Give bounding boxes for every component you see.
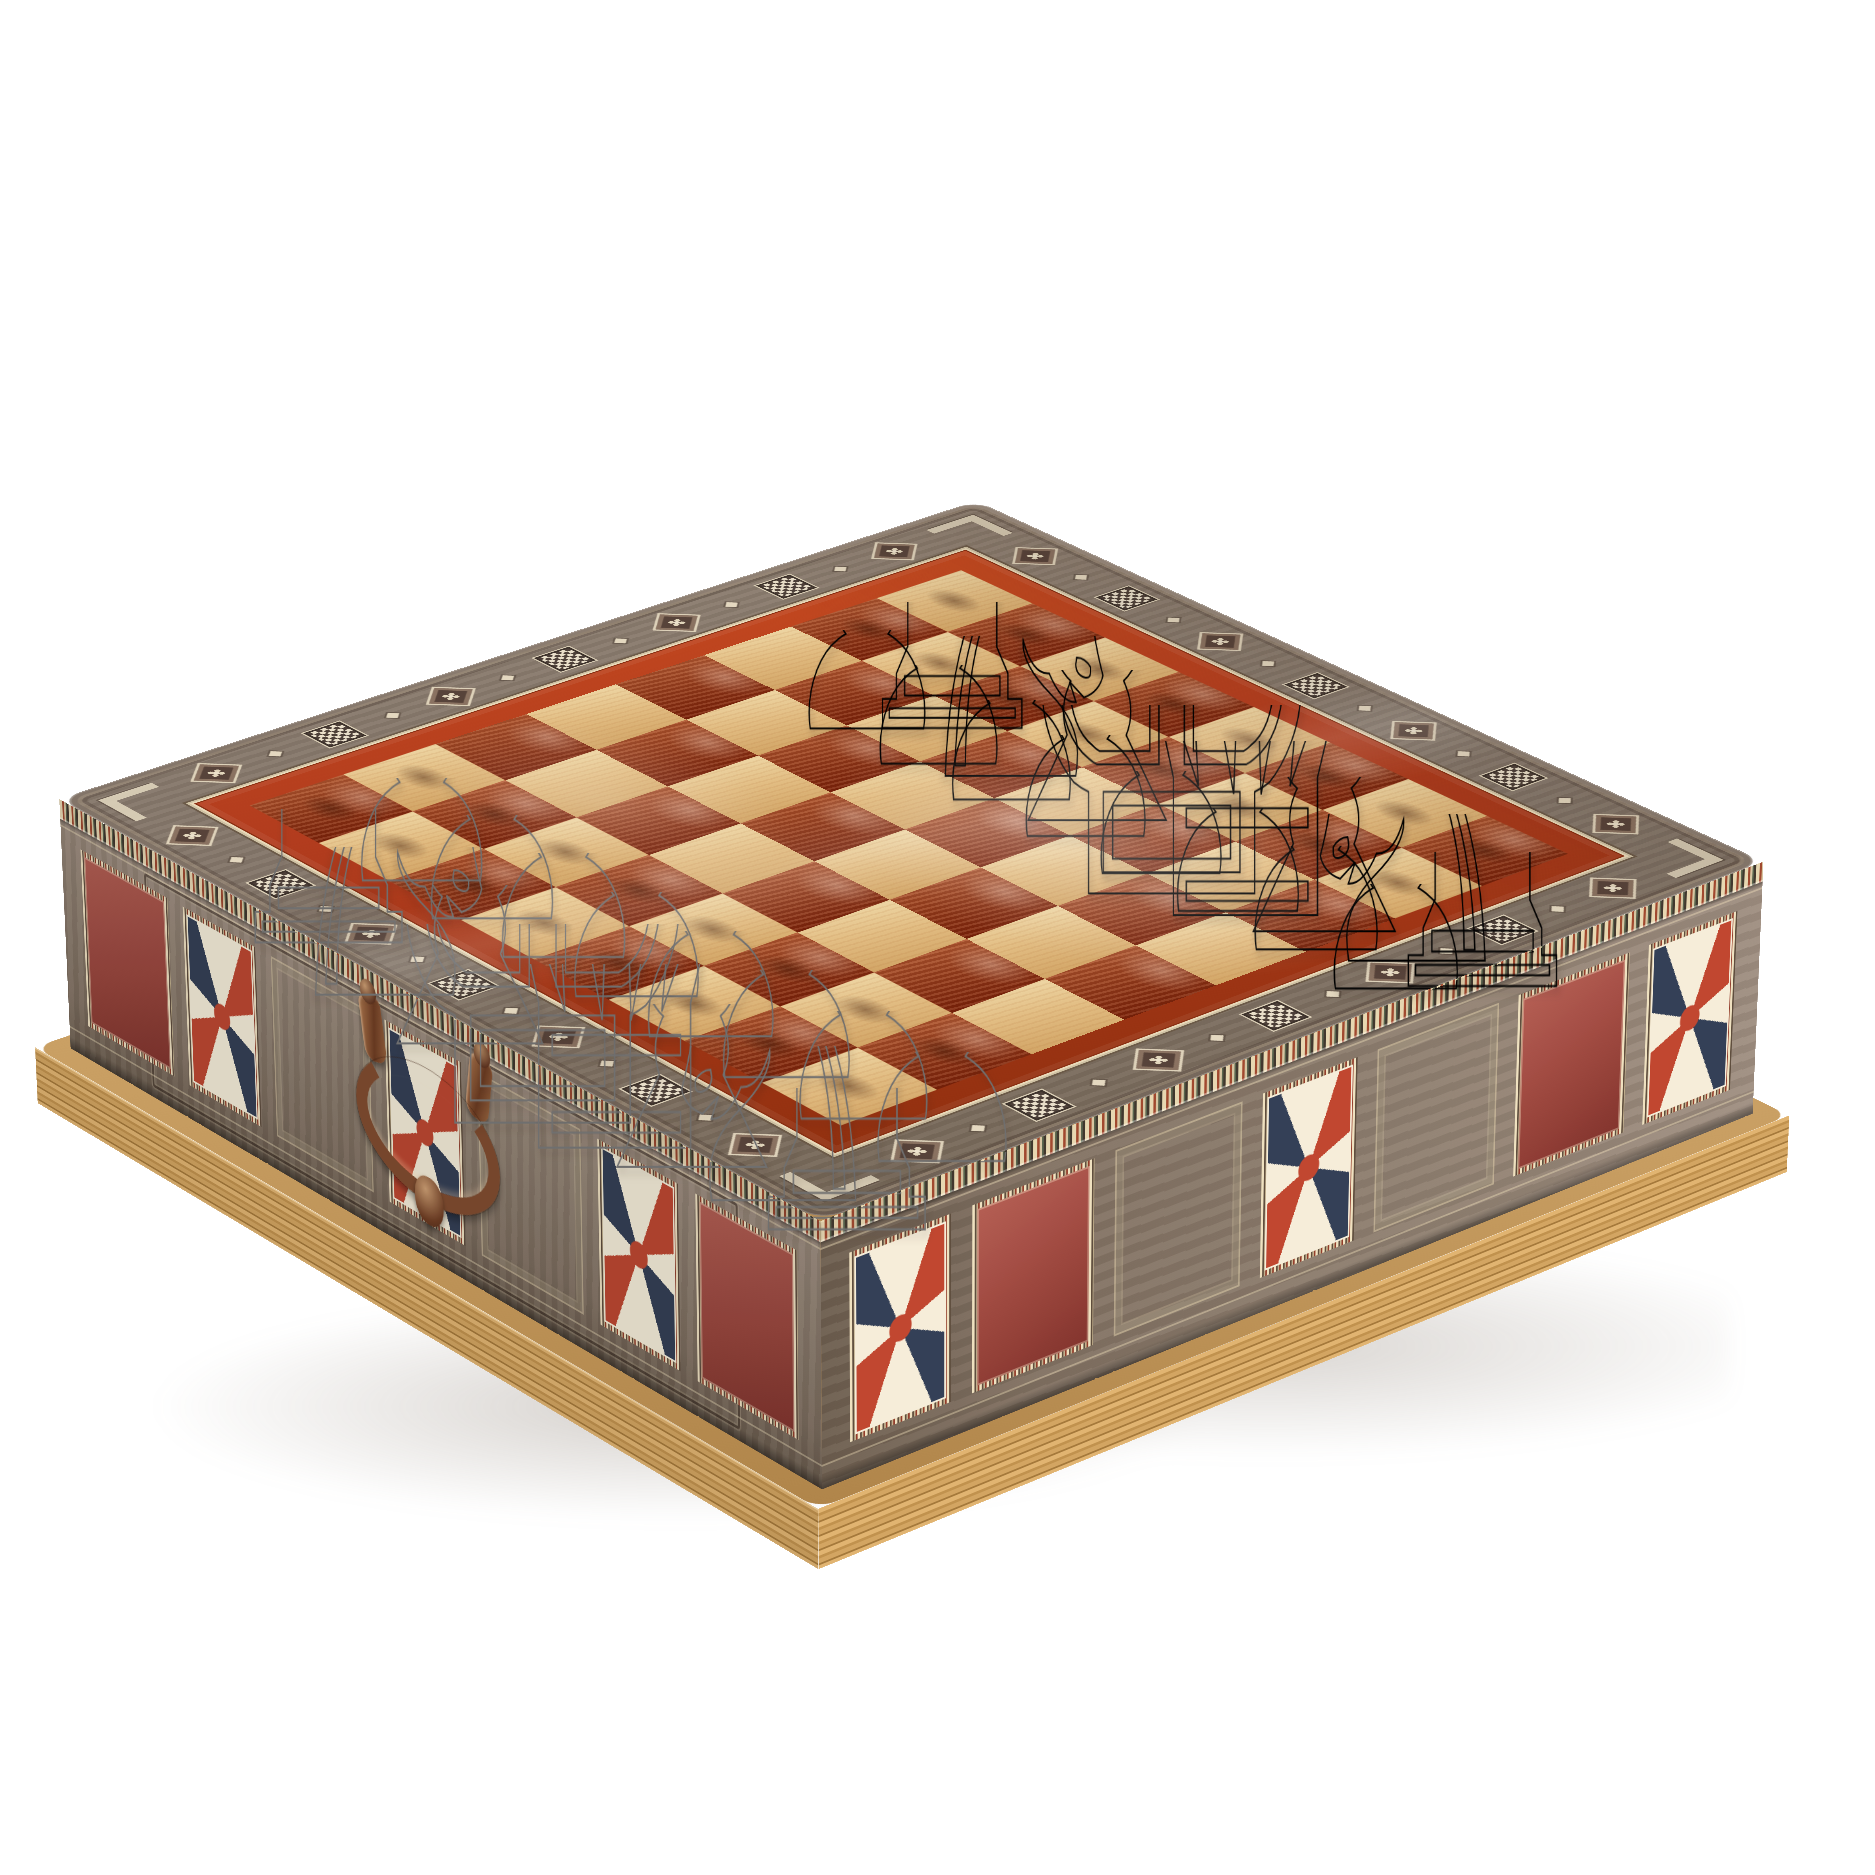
wood-panel <box>1114 1101 1243 1336</box>
corner-bracket-motif <box>98 783 190 821</box>
mosaic-medallion-diamond <box>728 1133 782 1157</box>
mosaic-medallion-diamond <box>531 1025 585 1048</box>
mosaic-medallion-checker <box>1005 1090 1074 1121</box>
wood-panel <box>1373 1003 1499 1233</box>
mosaic-medallion-diamond <box>1365 961 1415 983</box>
mosaic-medallion-checker <box>1469 916 1536 944</box>
mosaic-dot <box>972 1125 986 1131</box>
mosaic-dot <box>1092 1079 1106 1085</box>
mosaic-medallion-diamond <box>1133 1048 1185 1071</box>
red-inlay-panel <box>1513 952 1630 1176</box>
mosaic-medallion-checker <box>430 970 497 999</box>
mosaic-medallion-diamond <box>166 825 219 846</box>
mosaic-dot <box>410 956 424 962</box>
mosaic-dot <box>698 1114 712 1120</box>
mosaic-dot <box>1327 991 1340 997</box>
mosaic-medallion-checker <box>621 1075 690 1106</box>
mosaic-dot <box>1211 1035 1224 1041</box>
star-mosaic-tile <box>1260 1057 1358 1278</box>
mosaic-dot <box>1440 948 1453 954</box>
handle-post-icon <box>357 991 387 1066</box>
chess-box: ♜♞♝♚♛♝♞♜♟♟♟♟♟♟♟♟♟♟♟♟♟♟♟♟♜♞♝♚♛♝♞♜ <box>59 501 1763 1221</box>
mosaic-medallion-checker <box>248 870 313 898</box>
mosaic-dot <box>319 906 333 912</box>
perspective-stage: ♜♞♝♚♛♝♞♜♟♟♟♟♟♟♟♟♟♟♟♟♟♟♟♟♜♞♝♚♛♝♞♜ <box>0 0 1875 1875</box>
mosaic-medallion-diamond <box>344 923 398 945</box>
mosaic-medallion-diamond <box>890 1139 944 1163</box>
mosaic-dot <box>726 602 739 607</box>
mosaic-dot <box>504 1008 518 1014</box>
mosaic-dot <box>229 857 243 863</box>
star-mosaic-tile <box>849 1214 951 1443</box>
scene: ♜♞♝♚♛♝♞♜♟♟♟♟♟♟♟♟♟♟♟♟♟♟♟♟♜♞♝♚♛♝♞♜ <box>0 0 1875 1875</box>
corner-bracket-motif <box>1629 838 1723 878</box>
corner-bracket-motif <box>779 1155 880 1201</box>
mosaic-dot <box>1552 906 1565 912</box>
mosaic-medallion-checker <box>1242 1001 1310 1031</box>
red-inlay-panel <box>972 1158 1095 1393</box>
mosaic-dot <box>600 1060 614 1066</box>
mosaic-medallion-diamond <box>1589 877 1637 898</box>
star-mosaic-tile <box>1642 911 1737 1125</box>
